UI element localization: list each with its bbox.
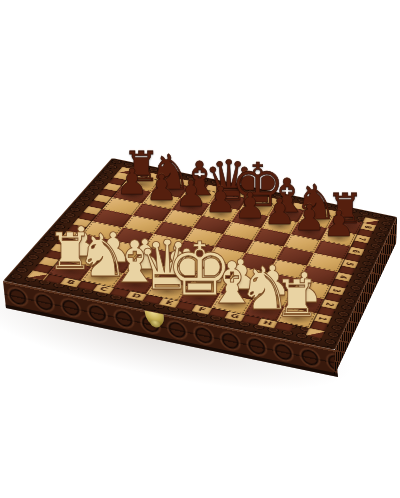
piece-black-pawn-e7: ♟	[234, 188, 266, 224]
piece-black-pawn-h7: ♟	[323, 206, 355, 242]
piece-white-rook-h1: ♜	[274, 273, 320, 324]
piece-black-pawn-g7: ♟	[293, 200, 325, 236]
piece-black-pawn-f7: ♟	[264, 194, 296, 230]
pieces-layer: ♜♞♝♛♚♝♞♜♟♟♟♟♟♟♟♟♟♟♟♟♟♟♟♟♜♞♝♛♚♝♞♜	[0, 0, 400, 498]
piece-black-pawn-d7: ♟	[204, 182, 236, 218]
chess-set-photo: ABCDEFGH 87654321 ♜♞♝♛♚♝♞♜♟♟♟♟♟♟♟♟♟♟♟♟♟♟…	[0, 0, 400, 498]
piece-black-pawn-a7: ♟	[116, 164, 148, 200]
piece-black-pawn-b7: ♟	[145, 170, 177, 206]
piece-black-pawn-c7: ♟	[175, 176, 207, 212]
